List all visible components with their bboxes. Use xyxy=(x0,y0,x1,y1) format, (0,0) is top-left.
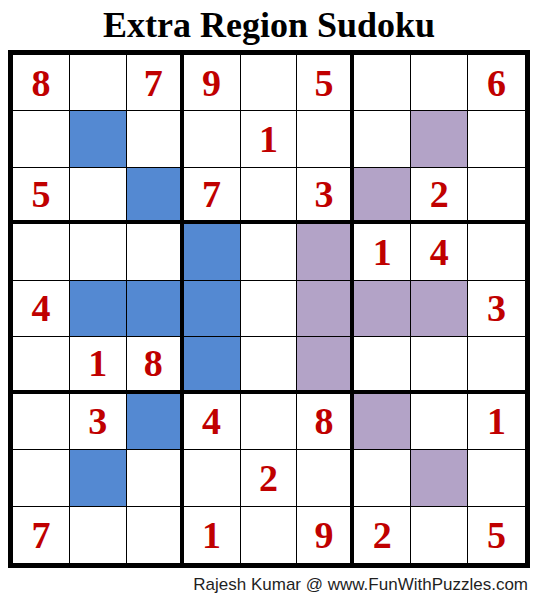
cell-r2c1[interactable] xyxy=(13,111,70,167)
cell-r1c4[interactable]: 9 xyxy=(184,55,241,111)
cell-r4c7[interactable]: 1 xyxy=(354,224,411,280)
cell-r8c9[interactable] xyxy=(468,450,525,506)
page-title: Extra Region Sudoku xyxy=(0,0,538,50)
cell-r9c8[interactable] xyxy=(411,507,468,563)
cell-r2c4[interactable] xyxy=(184,111,241,167)
cell-r6c2[interactable]: 1 xyxy=(70,337,127,393)
cell-r5c3[interactable] xyxy=(127,281,184,337)
sudoku-board: 87956157321443183481271925 xyxy=(8,50,530,568)
cell-r5c8[interactable] xyxy=(411,281,468,337)
cell-r9c2[interactable] xyxy=(70,507,127,563)
cell-r4c5[interactable] xyxy=(241,224,298,280)
cell-r1c1[interactable]: 8 xyxy=(13,55,70,111)
cell-r7c8[interactable] xyxy=(411,394,468,450)
cell-r7c5[interactable] xyxy=(241,394,298,450)
cell-r5c2[interactable] xyxy=(70,281,127,337)
cell-r5c1[interactable]: 4 xyxy=(13,281,70,337)
cell-r4c1[interactable] xyxy=(13,224,70,280)
cell-r8c1[interactable] xyxy=(13,450,70,506)
cell-r4c3[interactable] xyxy=(127,224,184,280)
cell-r2c8[interactable] xyxy=(411,111,468,167)
cell-r5c7[interactable] xyxy=(354,281,411,337)
cell-r7c7[interactable] xyxy=(354,394,411,450)
cell-r1c3[interactable]: 7 xyxy=(127,55,184,111)
cell-r2c3[interactable] xyxy=(127,111,184,167)
cell-r4c8[interactable]: 4 xyxy=(411,224,468,280)
cell-r9c7[interactable]: 2 xyxy=(354,507,411,563)
cell-r2c7[interactable] xyxy=(354,111,411,167)
cell-r2c5[interactable]: 1 xyxy=(241,111,298,167)
cell-r8c2[interactable] xyxy=(70,450,127,506)
cell-r7c6[interactable]: 8 xyxy=(297,394,354,450)
cell-r4c6[interactable] xyxy=(297,224,354,280)
cell-r1c9[interactable]: 6 xyxy=(468,55,525,111)
cell-r8c4[interactable] xyxy=(184,450,241,506)
credit-caption: Rajesh Kumar @ www.FunWithPuzzles.com xyxy=(8,568,530,595)
cell-r1c2[interactable] xyxy=(70,55,127,111)
cell-r8c6[interactable] xyxy=(297,450,354,506)
cell-r3c9[interactable] xyxy=(468,168,525,224)
cell-r7c9[interactable]: 1 xyxy=(468,394,525,450)
cell-r1c7[interactable] xyxy=(354,55,411,111)
cell-r3c7[interactable] xyxy=(354,168,411,224)
cell-r1c6[interactable]: 5 xyxy=(297,55,354,111)
cell-r2c2[interactable] xyxy=(70,111,127,167)
cell-r9c5[interactable] xyxy=(241,507,298,563)
cell-r2c9[interactable] xyxy=(468,111,525,167)
cell-r9c9[interactable]: 5 xyxy=(468,507,525,563)
cell-r6c7[interactable] xyxy=(354,337,411,393)
cell-r6c3[interactable]: 8 xyxy=(127,337,184,393)
cell-r5c6[interactable] xyxy=(297,281,354,337)
cell-r4c9[interactable] xyxy=(468,224,525,280)
cell-r9c6[interactable]: 9 xyxy=(297,507,354,563)
cell-r8c7[interactable] xyxy=(354,450,411,506)
cell-r3c4[interactable]: 7 xyxy=(184,168,241,224)
cell-r7c2[interactable]: 3 xyxy=(70,394,127,450)
cell-r6c4[interactable] xyxy=(184,337,241,393)
cell-r8c5[interactable]: 2 xyxy=(241,450,298,506)
cell-r8c8[interactable] xyxy=(411,450,468,506)
cell-r5c9[interactable]: 3 xyxy=(468,281,525,337)
cell-r7c1[interactable] xyxy=(13,394,70,450)
cell-r6c6[interactable] xyxy=(297,337,354,393)
cell-r6c8[interactable] xyxy=(411,337,468,393)
cell-r8c3[interactable] xyxy=(127,450,184,506)
cell-r9c4[interactable]: 1 xyxy=(184,507,241,563)
cell-r9c1[interactable]: 7 xyxy=(13,507,70,563)
cell-r1c5[interactable] xyxy=(241,55,298,111)
cell-r3c1[interactable]: 5 xyxy=(13,168,70,224)
cell-r4c4[interactable] xyxy=(184,224,241,280)
cell-r6c5[interactable] xyxy=(241,337,298,393)
cell-r6c9[interactable] xyxy=(468,337,525,393)
cell-r6c1[interactable] xyxy=(13,337,70,393)
cell-r3c5[interactable] xyxy=(241,168,298,224)
cell-r3c6[interactable]: 3 xyxy=(297,168,354,224)
cell-r5c4[interactable] xyxy=(184,281,241,337)
cell-r5c5[interactable] xyxy=(241,281,298,337)
cell-r9c3[interactable] xyxy=(127,507,184,563)
cell-r3c2[interactable] xyxy=(70,168,127,224)
cell-r1c8[interactable] xyxy=(411,55,468,111)
cell-r7c3[interactable] xyxy=(127,394,184,450)
cell-r3c8[interactable]: 2 xyxy=(411,168,468,224)
cell-r2c6[interactable] xyxy=(297,111,354,167)
cell-r4c2[interactable] xyxy=(70,224,127,280)
cell-r7c4[interactable]: 4 xyxy=(184,394,241,450)
cell-r3c3[interactable] xyxy=(127,168,184,224)
